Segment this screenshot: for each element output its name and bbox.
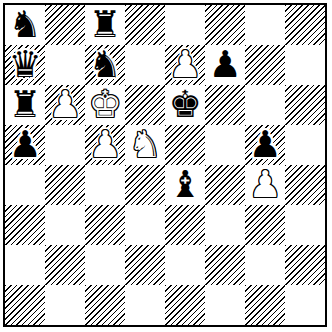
square-a4[interactable]	[5, 165, 45, 205]
square-g8[interactable]	[245, 5, 285, 45]
square-a3[interactable]	[5, 205, 45, 245]
square-h6[interactable]	[285, 85, 325, 125]
square-f5[interactable]	[205, 125, 245, 165]
square-e4[interactable]: ♝	[165, 165, 205, 205]
square-h1[interactable]	[285, 285, 325, 325]
square-d6[interactable]	[125, 85, 165, 125]
square-b6[interactable]: ♟	[45, 85, 85, 125]
white-king-c6: ♚	[88, 85, 121, 125]
square-b3[interactable]	[45, 205, 85, 245]
square-g4[interactable]: ♟	[245, 165, 285, 205]
square-e7[interactable]: ♟	[165, 45, 205, 85]
square-b8[interactable]	[45, 5, 85, 45]
black-pawn-g5: ♟	[248, 125, 281, 165]
black-knight-a8: ♞	[8, 5, 41, 45]
black-rook-c8: ♜	[88, 5, 121, 45]
square-e5[interactable]	[165, 125, 205, 165]
square-h4[interactable]	[285, 165, 325, 205]
square-c1[interactable]	[85, 285, 125, 325]
square-d2[interactable]	[125, 245, 165, 285]
white-pawn-g4: ♟	[248, 165, 281, 205]
square-b4[interactable]	[45, 165, 85, 205]
square-g6[interactable]	[245, 85, 285, 125]
square-c8[interactable]: ♜	[85, 5, 125, 45]
black-pawn-f7: ♟	[208, 45, 241, 85]
square-c4[interactable]	[85, 165, 125, 205]
square-a7[interactable]: ♛	[5, 45, 45, 85]
black-pawn-a5: ♟	[8, 125, 41, 165]
square-b5[interactable]	[45, 125, 85, 165]
square-c3[interactable]	[85, 205, 125, 245]
black-bishop-e4: ♝	[168, 165, 201, 205]
square-c5[interactable]: ♟	[85, 125, 125, 165]
board-frame: ♞♜♛♞♟♟♜♟♚♚♟♟♞♟♝♟	[3, 3, 327, 327]
square-g1[interactable]	[245, 285, 285, 325]
square-g7[interactable]	[245, 45, 285, 85]
square-d1[interactable]	[125, 285, 165, 325]
square-c6[interactable]: ♚	[85, 85, 125, 125]
black-knight-c7: ♞	[88, 45, 121, 85]
square-d7[interactable]	[125, 45, 165, 85]
square-e1[interactable]	[165, 285, 205, 325]
chess-diagram: ♞♜♛♞♟♟♜♟♚♚♟♟♞♟♝♟	[0, 0, 332, 332]
square-h2[interactable]	[285, 245, 325, 285]
square-h3[interactable]	[285, 205, 325, 245]
square-a6[interactable]: ♜	[5, 85, 45, 125]
square-h7[interactable]	[285, 45, 325, 85]
square-e2[interactable]	[165, 245, 205, 285]
square-g2[interactable]	[245, 245, 285, 285]
white-pawn-c5: ♟	[88, 125, 121, 165]
square-b2[interactable]	[45, 245, 85, 285]
square-a8[interactable]: ♞	[5, 5, 45, 45]
square-a2[interactable]	[5, 245, 45, 285]
square-e8[interactable]	[165, 5, 205, 45]
square-f6[interactable]	[205, 85, 245, 125]
square-g3[interactable]	[245, 205, 285, 245]
square-e6[interactable]: ♚	[165, 85, 205, 125]
white-knight-d5: ♞	[128, 125, 161, 165]
chess-board: ♞♜♛♞♟♟♜♟♚♚♟♟♞♟♝♟	[5, 5, 325, 325]
square-h5[interactable]	[285, 125, 325, 165]
square-f2[interactable]	[205, 245, 245, 285]
black-rook-a6: ♜	[8, 85, 41, 125]
square-d4[interactable]	[125, 165, 165, 205]
square-f8[interactable]	[205, 5, 245, 45]
white-pawn-b6: ♟	[48, 85, 81, 125]
square-h8[interactable]	[285, 5, 325, 45]
square-b7[interactable]	[45, 45, 85, 85]
square-d8[interactable]	[125, 5, 165, 45]
square-f7[interactable]: ♟	[205, 45, 245, 85]
square-c7[interactable]: ♞	[85, 45, 125, 85]
square-b1[interactable]	[45, 285, 85, 325]
square-c2[interactable]	[85, 245, 125, 285]
black-king-e6: ♚	[168, 85, 201, 125]
square-a1[interactable]	[5, 285, 45, 325]
square-e3[interactable]	[165, 205, 205, 245]
square-f4[interactable]	[205, 165, 245, 205]
square-f3[interactable]	[205, 205, 245, 245]
square-f1[interactable]	[205, 285, 245, 325]
square-g5[interactable]: ♟	[245, 125, 285, 165]
black-queen-a7: ♛	[8, 45, 41, 85]
square-a5[interactable]: ♟	[5, 125, 45, 165]
square-d3[interactable]	[125, 205, 165, 245]
white-pawn-e7: ♟	[168, 45, 201, 85]
square-d5[interactable]: ♞	[125, 125, 165, 165]
